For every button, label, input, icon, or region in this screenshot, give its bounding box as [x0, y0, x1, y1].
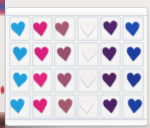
compartment-r3c4: ♥ [77, 68, 99, 93]
felt-heart-dark-purple: ♥ [100, 70, 119, 90]
felt-heart-navy-blue: ♥ [124, 45, 142, 65]
compartment-r3c5: ♥ [100, 68, 122, 93]
compartment-r4c3: ♥ [54, 94, 76, 119]
felt-heart-cyan-blue: ♥ [10, 44, 29, 65]
felt-heart-magenta: ♥ [32, 19, 51, 40]
felt-heart-magenta: ♥ [32, 96, 51, 118]
felt-heart-navy-blue: ♥ [125, 96, 144, 116]
felt-heart-dark-purple: ♥ [101, 96, 121, 117]
organizer-box: ♥♥♥♥♥♥♥♥♥♥♥♥♥♥♥♥♥♥♥♥♥♥♥♥ [5, 7, 148, 126]
felt-heart-cyan-blue: ♥ [9, 19, 29, 41]
box-rim-top [6, 8, 147, 16]
compartment-r3c3: ♥ [54, 68, 76, 93]
box-rim-bottom [6, 119, 147, 125]
felt-heart-dusty-rose: ♥ [56, 96, 75, 117]
felt-heart-dusty-rose: ♥ [54, 44, 74, 66]
compartment-r2c3: ♥ [54, 42, 76, 67]
compartment-r1c2: ♥ [32, 16, 54, 41]
photo-scene: ♥♥♥♥♥♥♥♥♥♥♥♥♥♥♥♥♥♥♥♥♥♥♥♥ [0, 0, 150, 128]
felt-heart-dark-purple: ♥ [100, 44, 119, 64]
felt-heart-white: ♥ [79, 71, 96, 90]
compartment-r4c4: ♥ [77, 94, 99, 119]
compartment-r2c6: ♥ [122, 42, 144, 67]
compartment-r3c2: ♥ [32, 68, 54, 93]
felt-heart-white: ♥ [80, 44, 98, 64]
compartment-r1c6: ♥ [122, 16, 144, 41]
compartment-r1c4: ♥ [77, 16, 99, 41]
felt-heart-dusty-rose: ♥ [55, 70, 73, 90]
compartment-r4c2: ♥ [32, 94, 54, 119]
compartment-r4c5: ♥ [100, 94, 122, 119]
compartment-r1c5: ♥ [100, 16, 122, 41]
compartment-r4c1: ♥ [9, 94, 31, 119]
compartment-r4c6: ♥ [122, 94, 144, 119]
felt-heart-white: ♥ [78, 96, 96, 116]
felt-heart-magenta: ♥ [32, 44, 50, 64]
felt-heart-navy-blue: ♥ [123, 19, 142, 39]
compartment-r2c5: ♥ [100, 42, 122, 67]
felt-heart-cyan-blue: ♥ [10, 70, 30, 91]
compartment-r2c1: ♥ [9, 42, 31, 67]
felt-heart-cyan-blue: ♥ [9, 96, 27, 117]
compartment-r2c2: ♥ [32, 42, 54, 67]
compartment-r1c3: ♥ [54, 16, 76, 41]
compartment-r2c4: ♥ [77, 42, 99, 67]
compartment-grid: ♥♥♥♥♥♥♥♥♥♥♥♥♥♥♥♥♥♥♥♥♥♥♥♥ [9, 16, 144, 119]
felt-heart-magenta: ♥ [32, 70, 50, 91]
compartment-r3c1: ♥ [9, 68, 31, 93]
felt-heart-dusty-rose: ♥ [54, 18, 72, 40]
compartment-r3c6: ♥ [122, 68, 144, 93]
felt-heart-navy-blue: ♥ [124, 70, 142, 90]
felt-heart-dark-purple: ♥ [101, 18, 120, 39]
felt-heart-white: ♥ [79, 20, 96, 39]
compartment-r1c1: ♥ [9, 16, 31, 41]
